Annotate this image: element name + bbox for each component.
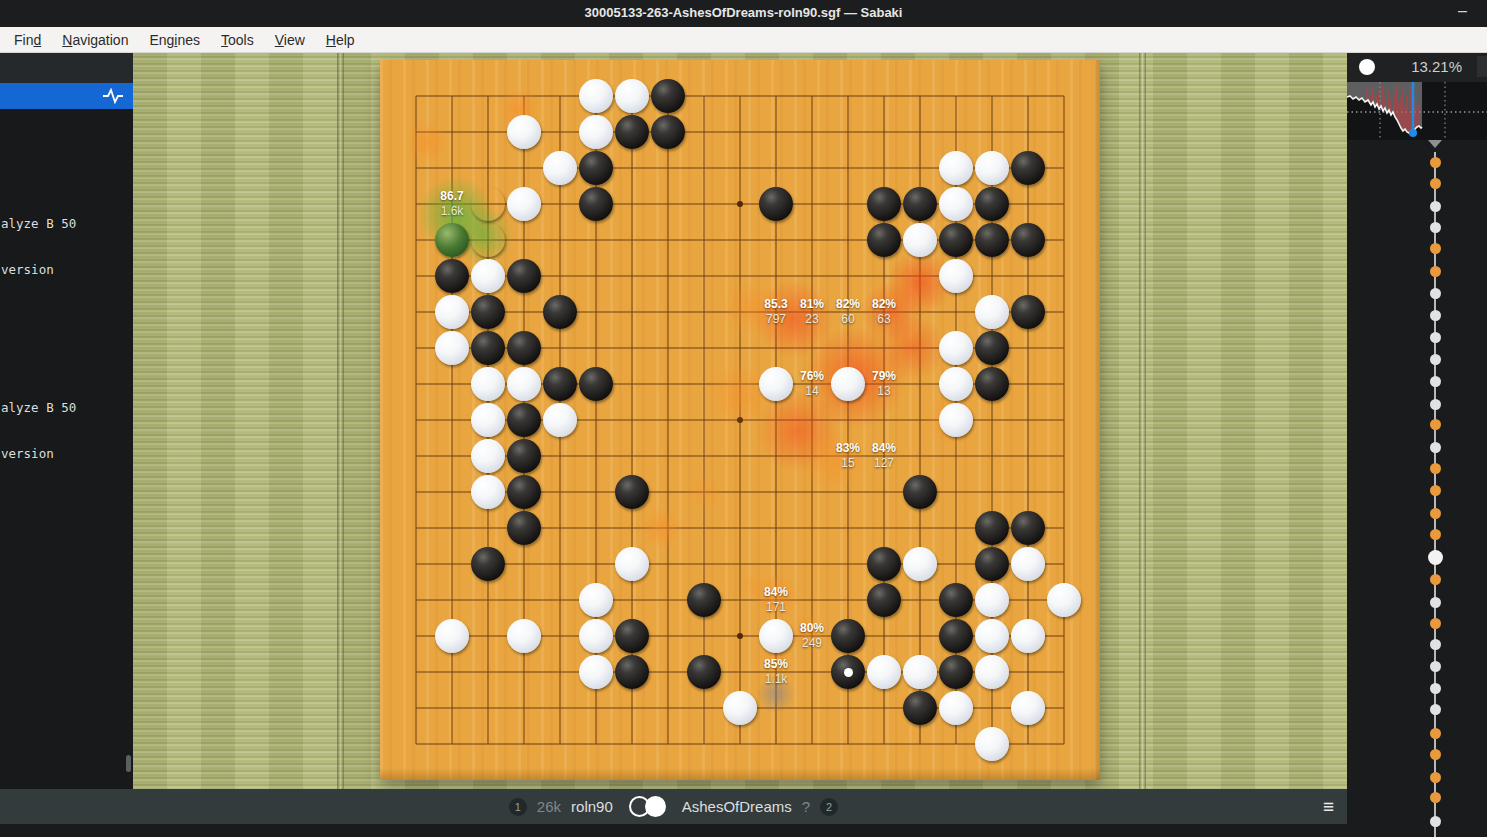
move-node[interactable] bbox=[1430, 332, 1441, 343]
slider-handle-icon[interactable] bbox=[1428, 140, 1442, 148]
white-stone-icon bbox=[645, 796, 666, 817]
black-stone[interactable] bbox=[939, 619, 973, 653]
winrate-header: 13.21% bbox=[1347, 53, 1487, 82]
white-stone[interactable] bbox=[867, 655, 901, 689]
engine-console-sidebar[interactable]: alyze B 50versionalyze B 50version bbox=[0, 53, 133, 789]
black-stone[interactable] bbox=[471, 547, 505, 581]
white-rank: ? bbox=[802, 798, 810, 815]
panel-corner-box bbox=[1477, 56, 1487, 77]
move-node[interactable] bbox=[1430, 792, 1441, 803]
move-node[interactable] bbox=[1430, 243, 1441, 254]
black-stone[interactable] bbox=[939, 655, 973, 689]
white-stone[interactable] bbox=[939, 403, 973, 437]
white-stone[interactable] bbox=[471, 475, 505, 509]
white-stone[interactable] bbox=[939, 691, 973, 725]
black-stone[interactable] bbox=[903, 187, 937, 221]
black-stone[interactable] bbox=[615, 655, 649, 689]
white-stone[interactable] bbox=[471, 367, 505, 401]
move-node[interactable] bbox=[1430, 816, 1441, 827]
last-move-marker bbox=[844, 668, 853, 677]
menu-item-navigation[interactable]: Navigation bbox=[56, 30, 134, 50]
white-stone[interactable] bbox=[471, 259, 505, 293]
black-stone[interactable] bbox=[507, 259, 541, 293]
black-stone[interactable] bbox=[579, 151, 613, 185]
white-stone[interactable] bbox=[579, 79, 613, 113]
move-node[interactable] bbox=[1430, 157, 1441, 168]
black-stone[interactable] bbox=[975, 547, 1009, 581]
white-stone[interactable] bbox=[579, 583, 613, 617]
winrate-graph[interactable] bbox=[1347, 82, 1487, 140]
white-stone[interactable] bbox=[507, 187, 541, 221]
white-stone[interactable] bbox=[975, 727, 1009, 761]
black-stone[interactable] bbox=[903, 475, 937, 509]
black-stone[interactable] bbox=[975, 331, 1009, 365]
candidate-move-label[interactable]: 80%249 bbox=[790, 621, 834, 651]
white-stone[interactable] bbox=[975, 619, 1009, 653]
white-player-indicator-icon bbox=[1359, 59, 1375, 75]
white-stone[interactable] bbox=[975, 151, 1009, 185]
window-title: 30005133-263-AshesOfDreams-roln90.sgf — … bbox=[0, 5, 1487, 20]
black-stone[interactable] bbox=[615, 619, 649, 653]
black-stone[interactable] bbox=[975, 511, 1009, 545]
black-stone[interactable] bbox=[687, 583, 721, 617]
black-stone[interactable] bbox=[471, 331, 505, 365]
move-node[interactable] bbox=[1430, 574, 1441, 585]
black-stone[interactable] bbox=[975, 367, 1009, 401]
move-node[interactable] bbox=[1430, 704, 1441, 715]
menu-item-find[interactable]: Find bbox=[8, 30, 47, 50]
white-stone[interactable] bbox=[435, 295, 469, 329]
white-stone[interactable] bbox=[1011, 691, 1045, 725]
console-line: alyze B 50 bbox=[1, 400, 76, 415]
color-swap-toggle[interactable] bbox=[629, 796, 666, 817]
black-stone[interactable] bbox=[867, 547, 901, 581]
winrate-value: 13.21% bbox=[1411, 58, 1462, 75]
candidate-move-label[interactable]: 86.71.6k bbox=[430, 189, 474, 219]
black-stone[interactable] bbox=[435, 259, 469, 293]
black-stone[interactable] bbox=[831, 655, 865, 689]
move-node[interactable] bbox=[1430, 618, 1441, 629]
white-stone[interactable] bbox=[903, 223, 937, 257]
black-stone[interactable] bbox=[903, 691, 937, 725]
candidate-move-label[interactable]: 79%13 bbox=[862, 369, 906, 399]
white-stone[interactable] bbox=[975, 655, 1009, 689]
black-stone[interactable] bbox=[1011, 151, 1045, 185]
white-stone[interactable] bbox=[471, 439, 505, 473]
move-node[interactable] bbox=[1430, 266, 1441, 277]
white-stone[interactable] bbox=[723, 691, 757, 725]
move-node[interactable] bbox=[1430, 222, 1441, 233]
white-stone[interactable] bbox=[831, 367, 865, 401]
minimize-button[interactable]: – bbox=[1458, 2, 1467, 20]
tatami-seam bbox=[1139, 53, 1146, 789]
white-stone[interactable] bbox=[507, 115, 541, 149]
candidate-move-label[interactable]: 85%1.1k bbox=[754, 657, 798, 687]
current-move-node[interactable] bbox=[1428, 550, 1443, 565]
black-stone[interactable] bbox=[579, 187, 613, 221]
white-stone[interactable] bbox=[903, 547, 937, 581]
player-bar: 1 26k roln90 AshesOfDreams ? 2 ≡ bbox=[0, 789, 1347, 824]
candidate-move-label[interactable]: 84%171 bbox=[754, 585, 798, 615]
move-node[interactable] bbox=[1430, 310, 1441, 321]
black-stone[interactable] bbox=[831, 619, 865, 653]
white-stone[interactable] bbox=[1011, 547, 1045, 581]
black-stone[interactable] bbox=[687, 655, 721, 689]
move-node[interactable] bbox=[1430, 485, 1441, 496]
black-stone[interactable] bbox=[867, 583, 901, 617]
move-node[interactable] bbox=[1430, 442, 1441, 453]
move-slider[interactable] bbox=[1347, 140, 1487, 837]
move-node[interactable] bbox=[1430, 728, 1441, 739]
black-player-name: roln90 bbox=[571, 798, 613, 815]
black-stone[interactable] bbox=[615, 115, 649, 149]
menu-item-tools[interactable]: Tools bbox=[215, 30, 260, 50]
white-stone[interactable] bbox=[975, 583, 1009, 617]
title-bar: 30005133-263-AshesOfDreams-roln90.sgf — … bbox=[0, 0, 1487, 27]
move-node[interactable] bbox=[1430, 288, 1441, 299]
white-stone[interactable] bbox=[471, 403, 505, 437]
white-stone[interactable] bbox=[903, 655, 937, 689]
black-stone[interactable] bbox=[975, 187, 1009, 221]
move-node[interactable] bbox=[1430, 399, 1441, 410]
black-stone[interactable] bbox=[1011, 511, 1045, 545]
white-stone[interactable] bbox=[615, 79, 649, 113]
tatami-seam bbox=[337, 53, 344, 789]
move-node[interactable] bbox=[1430, 772, 1441, 783]
white-player-name: AshesOfDreams bbox=[682, 798, 792, 815]
black-stone[interactable] bbox=[507, 331, 541, 365]
move-node[interactable] bbox=[1430, 529, 1441, 540]
black-stone[interactable] bbox=[471, 295, 505, 329]
move-node[interactable] bbox=[1430, 508, 1441, 519]
black-stone[interactable] bbox=[615, 475, 649, 509]
black-stone[interactable] bbox=[651, 115, 685, 149]
white-stone[interactable] bbox=[975, 295, 1009, 329]
console-line: version bbox=[1, 262, 54, 277]
move-node[interactable] bbox=[1430, 749, 1441, 760]
black-stone[interactable] bbox=[867, 187, 901, 221]
black-stone[interactable] bbox=[507, 475, 541, 509]
white-stone[interactable] bbox=[759, 619, 793, 653]
green-bestmove-stone[interactable] bbox=[435, 223, 469, 257]
white-stone[interactable] bbox=[579, 619, 613, 653]
move-node[interactable] bbox=[1430, 639, 1441, 650]
white-stone[interactable] bbox=[579, 655, 613, 689]
menu-bar: FindNavigationEnginesToolsViewHelp bbox=[0, 27, 1487, 53]
console-header bbox=[0, 53, 133, 83]
white-stone[interactable] bbox=[543, 151, 577, 185]
engine-selected-row[interactable] bbox=[0, 83, 133, 109]
white-stone[interactable] bbox=[759, 367, 793, 401]
black-stone[interactable] bbox=[579, 367, 613, 401]
black-stone[interactable] bbox=[939, 583, 973, 617]
black-stone[interactable] bbox=[939, 223, 973, 257]
console-line: version bbox=[1, 446, 54, 461]
black-stone[interactable] bbox=[507, 511, 541, 545]
white-stone[interactable] bbox=[939, 151, 973, 185]
go-board[interactable]: 86.71.6k85.379781%2382%6082%6376%1479%13… bbox=[380, 60, 1100, 780]
move-node[interactable] bbox=[1430, 463, 1441, 474]
white-stone[interactable] bbox=[939, 331, 973, 365]
console-line: alyze B 50 bbox=[1, 216, 76, 231]
white-stone[interactable] bbox=[543, 403, 577, 437]
move-node[interactable] bbox=[1430, 597, 1441, 608]
black-stone[interactable] bbox=[543, 295, 577, 329]
ghost-white-stone[interactable] bbox=[471, 187, 505, 221]
analysis-panel: 13.21% bbox=[1347, 53, 1487, 837]
black-stone[interactable] bbox=[507, 439, 541, 473]
window-bottom-strip bbox=[0, 824, 1487, 837]
move-node[interactable] bbox=[1430, 661, 1441, 672]
white-stone[interactable] bbox=[1011, 619, 1045, 653]
black-captures-badge: 1 bbox=[509, 798, 527, 816]
black-stone[interactable] bbox=[1011, 223, 1045, 257]
white-stone[interactable] bbox=[435, 619, 469, 653]
white-stone[interactable] bbox=[507, 367, 541, 401]
move-node[interactable] bbox=[1430, 354, 1441, 365]
white-stone[interactable] bbox=[1047, 583, 1081, 617]
ghost-white-stone[interactable] bbox=[471, 223, 505, 257]
candidate-move-label[interactable]: 84%127 bbox=[862, 441, 906, 471]
move-node[interactable] bbox=[1430, 376, 1441, 387]
move-node[interactable] bbox=[1430, 201, 1441, 212]
white-stone[interactable] bbox=[939, 367, 973, 401]
menu-item-help[interactable]: Help bbox=[320, 30, 361, 50]
black-stone[interactable] bbox=[651, 79, 685, 113]
white-stone[interactable] bbox=[507, 619, 541, 653]
candidate-move-label[interactable]: 76%14 bbox=[790, 369, 834, 399]
black-stone[interactable] bbox=[975, 223, 1009, 257]
move-node[interactable] bbox=[1430, 683, 1441, 694]
black-stone[interactable] bbox=[1011, 295, 1045, 329]
white-stone[interactable] bbox=[579, 115, 613, 149]
white-stone[interactable] bbox=[615, 547, 649, 581]
black-stone[interactable] bbox=[759, 187, 793, 221]
engine-pulse-icon bbox=[103, 88, 123, 104]
white-stone[interactable] bbox=[939, 187, 973, 221]
menu-hamburger-icon[interactable]: ≡ bbox=[1323, 797, 1334, 816]
white-captures-badge: 2 bbox=[820, 798, 838, 816]
white-stone[interactable] bbox=[939, 259, 973, 293]
console-scrollbar[interactable] bbox=[126, 755, 131, 772]
black-stone[interactable] bbox=[507, 403, 541, 437]
candidate-move-label[interactable]: 82%63 bbox=[862, 297, 906, 327]
move-node[interactable] bbox=[1430, 419, 1441, 430]
black-rank: 26k bbox=[537, 798, 561, 815]
white-stone[interactable] bbox=[435, 331, 469, 365]
app-window: 30005133-263-AshesOfDreams-roln90.sgf — … bbox=[0, 0, 1487, 837]
menu-item-engines[interactable]: Engines bbox=[143, 30, 206, 50]
move-node[interactable] bbox=[1430, 178, 1441, 189]
black-stone[interactable] bbox=[867, 223, 901, 257]
black-stone[interactable] bbox=[543, 367, 577, 401]
menu-item-view[interactable]: View bbox=[269, 30, 311, 50]
